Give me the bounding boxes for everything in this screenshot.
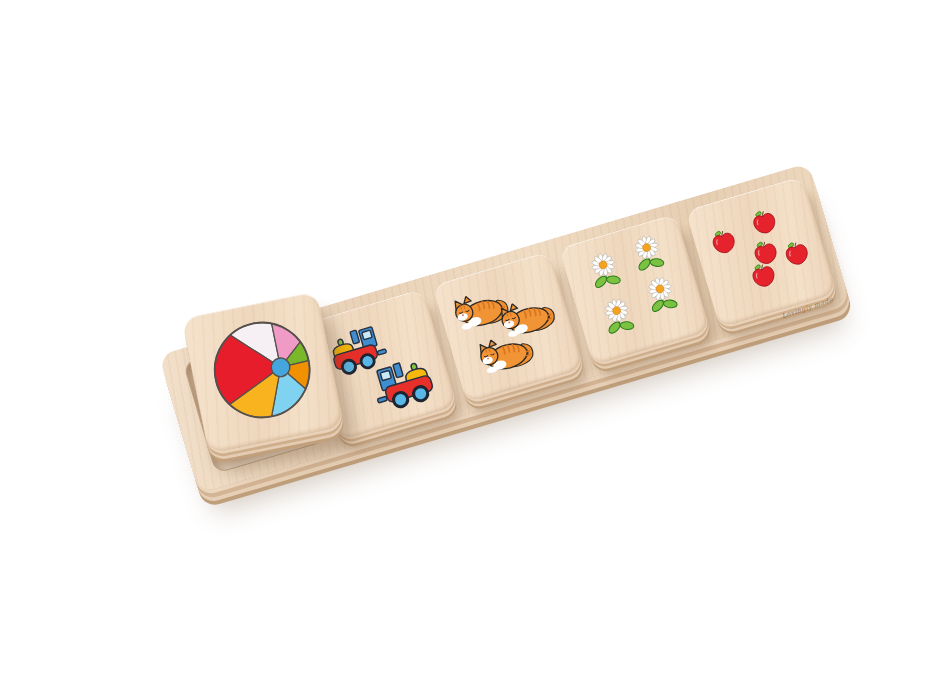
flowers-illustration xyxy=(569,224,701,356)
tile-flowers[interactable] xyxy=(559,214,711,366)
slot-4 xyxy=(559,214,711,366)
cats-illustration xyxy=(442,261,574,393)
slot-1 xyxy=(179,326,331,478)
product-photo: Lovingly made xyxy=(0,0,928,686)
slot-3 xyxy=(432,251,584,403)
tile-cats[interactable] xyxy=(432,251,584,403)
tile-ball[interactable] xyxy=(181,291,344,454)
puzzle-board: Lovingly made xyxy=(159,163,850,494)
apples-illustration xyxy=(695,186,827,318)
ball-illustration xyxy=(192,302,333,443)
